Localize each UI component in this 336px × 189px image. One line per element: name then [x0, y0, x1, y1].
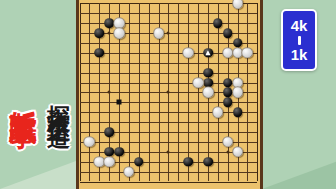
white-stone	[84, 136, 96, 148]
star-point	[108, 91, 111, 94]
black-stone	[134, 157, 144, 167]
square-point-marker	[117, 100, 122, 105]
grid-line-horizontal	[80, 122, 258, 123]
grid-line-vertical	[257, 3, 258, 181]
background-dark-wedge	[262, 150, 336, 189]
white-stone	[192, 77, 204, 89]
white-stone	[153, 27, 165, 39]
black-stone	[223, 28, 233, 38]
star-point	[226, 150, 229, 153]
white-stone	[113, 27, 125, 39]
white-stone	[123, 166, 135, 178]
black-stone	[203, 157, 213, 167]
black-stone	[183, 157, 193, 167]
star-point	[108, 32, 111, 35]
white-stone	[232, 0, 244, 9]
star-point	[167, 91, 170, 94]
grid-line-vertical	[247, 3, 248, 181]
rank-bottom-label: 1k	[291, 47, 308, 63]
video-thumbnail: { "game": "go", "banner": { "headline_re…	[0, 0, 336, 189]
white-stone	[212, 106, 224, 118]
white-stone	[103, 156, 115, 168]
grid-line-vertical	[188, 3, 189, 181]
grid-line-horizontal	[80, 112, 258, 113]
grid-line-horizontal	[80, 172, 258, 173]
star-point	[167, 150, 170, 153]
grid-line-vertical	[218, 3, 219, 181]
white-stone	[202, 87, 214, 99]
white-stone	[232, 146, 244, 158]
black-stone	[104, 127, 114, 137]
rank-separator-bar	[298, 36, 301, 45]
black-stone	[233, 107, 243, 117]
black-stone	[114, 147, 124, 157]
banner-headline-red: 斩断实战恶手	[1, 2, 41, 188]
black-stone	[94, 48, 104, 58]
triangle-marker	[205, 50, 211, 56]
black-stone	[213, 18, 223, 28]
black-stone	[203, 68, 213, 78]
white-stone	[222, 136, 234, 148]
black-stone	[203, 48, 213, 58]
rank-badge: 4k 1k	[281, 9, 317, 71]
grid-line-vertical	[198, 3, 199, 181]
black-stone	[94, 28, 104, 38]
black-stone	[223, 98, 233, 108]
white-stone	[232, 87, 244, 99]
banner-headline-black: 探索棋之正道	[41, 10, 75, 188]
grid-line-horizontal	[80, 182, 258, 183]
grid-line-vertical	[178, 3, 179, 181]
white-stone	[242, 47, 254, 59]
go-board	[76, 0, 263, 189]
rank-top-label: 4k	[291, 18, 308, 34]
white-stone	[182, 47, 194, 59]
star-point	[167, 32, 170, 35]
